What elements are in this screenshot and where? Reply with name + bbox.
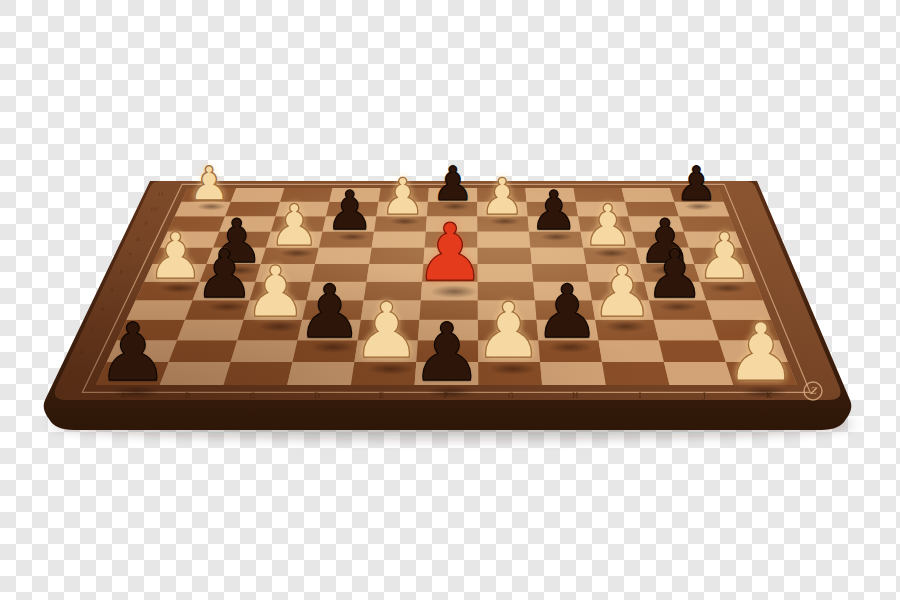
white-pawn-glyph: ♟	[474, 293, 543, 370]
white-pawn-glyph: ♟	[725, 313, 797, 393]
file-label-C: C	[249, 391, 255, 400]
rank-label-10: 10	[150, 206, 156, 212]
black-pawn-glyph: ♟	[411, 313, 483, 393]
rank-label-3: 3	[91, 326, 95, 332]
rank-label-5: 5	[110, 287, 114, 293]
file-label-D: D	[314, 391, 320, 400]
pawn-white-c8[interactable]: ♟	[269, 197, 320, 254]
pawn-white-g2[interactable]: ♟	[474, 293, 543, 370]
pawn-white-i8[interactable]: ♟	[582, 197, 633, 254]
rank-label-8: 8	[136, 236, 139, 242]
white-pawn-glyph: ♟	[591, 257, 654, 327]
pawn-black-d9[interactable]: ♟	[326, 184, 374, 238]
pawn-black-f1[interactable]: ♟	[411, 313, 483, 393]
white-pawn-glyph: ♟	[188, 160, 230, 207]
pawn-black-h9[interactable]: ♟	[530, 184, 578, 238]
rank-label-6: 6	[119, 269, 123, 275]
black-pawn-glyph: ♟	[675, 160, 717, 207]
black-pawn-glyph: ♟	[534, 275, 600, 348]
black-pawn-glyph: ♟	[97, 313, 169, 393]
pawn-red-f6[interactable]: ♟	[415, 213, 486, 292]
pawn-black-f11[interactable]: ♟	[432, 160, 474, 207]
chessboard: ABCDEFGHIJK1234567891011Z	[0, 0, 900, 600]
pawn-black-a1[interactable]: ♟	[97, 313, 169, 393]
rank-label-2: 2	[80, 347, 84, 354]
rank-label-7: 7	[128, 252, 132, 258]
board-photo-scene: ABCDEFGHIJK1234567891011Z ♟♟♟♟♟♟♟♟♟♟♟♟♟♟…	[0, 0, 900, 600]
black-pawn-glyph: ♟	[326, 184, 374, 238]
white-pawn-glyph: ♟	[480, 172, 525, 222]
pawn-white-a11[interactable]: ♟	[188, 160, 230, 207]
file-label-J: J	[702, 391, 706, 400]
file-label-B: B	[185, 391, 191, 400]
pawn-white-g10[interactable]: ♟	[480, 172, 525, 222]
white-pawn-glyph: ♟	[269, 197, 320, 254]
pawn-white-k1[interactable]: ♟	[725, 313, 797, 393]
file-label-E: E	[379, 391, 384, 400]
file-label-H: H	[572, 391, 579, 400]
white-pawn-glyph: ♟	[582, 197, 633, 254]
black-pawn-glyph: ♟	[530, 184, 578, 238]
red-pawn-glyph: ♟	[415, 213, 486, 292]
pawn-white-i4[interactable]: ♟	[591, 257, 654, 327]
pawn-black-k11[interactable]: ♟	[675, 160, 717, 207]
rank-label-1: 1	[68, 369, 72, 376]
black-pawn-glyph: ♟	[432, 160, 474, 207]
pawn-black-h3[interactable]: ♟	[534, 275, 600, 348]
file-label-G: G	[508, 391, 514, 400]
rank-label-11: 11	[158, 192, 164, 197]
file-label-I: I	[638, 391, 641, 400]
